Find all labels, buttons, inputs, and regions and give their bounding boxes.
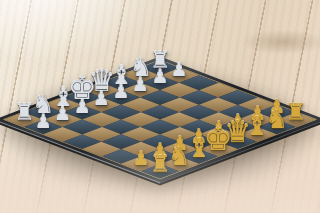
piece-gold-bishop[interactable]: ♝ bbox=[187, 136, 210, 162]
piece-silver-pawn[interactable]: ♟ bbox=[54, 104, 71, 123]
piece-silver-pawn[interactable]: ♟ bbox=[151, 67, 168, 86]
scene: ♜♟♟♜♞♟♟♞♝♟♟♝♛♟♟♛♚♟♟♚♝♟♟♝♞♟♟♞♜♟♟♜ bbox=[0, 0, 320, 213]
piece-silver-pawn[interactable]: ♟ bbox=[35, 112, 52, 131]
piece-silver-pawn[interactable]: ♟ bbox=[113, 82, 130, 101]
piece-gold-knight[interactable]: ♞ bbox=[168, 144, 190, 169]
piece-silver-pawn[interactable]: ♟ bbox=[74, 97, 91, 116]
piece-gold-pawn[interactable]: ♟ bbox=[132, 149, 149, 168]
piece-silver-pawn[interactable]: ♟ bbox=[132, 75, 149, 94]
piece-silver-pawn[interactable]: ♟ bbox=[93, 89, 110, 108]
piece-silver-pawn[interactable]: ♟ bbox=[171, 60, 188, 79]
piece-gold-rook[interactable]: ♜ bbox=[150, 153, 171, 176]
piece-gold-knight[interactable]: ♞ bbox=[265, 107, 287, 132]
piece-silver-rook[interactable]: ♜ bbox=[14, 101, 35, 124]
piece-gold-rook[interactable]: ♜ bbox=[286, 101, 307, 124]
